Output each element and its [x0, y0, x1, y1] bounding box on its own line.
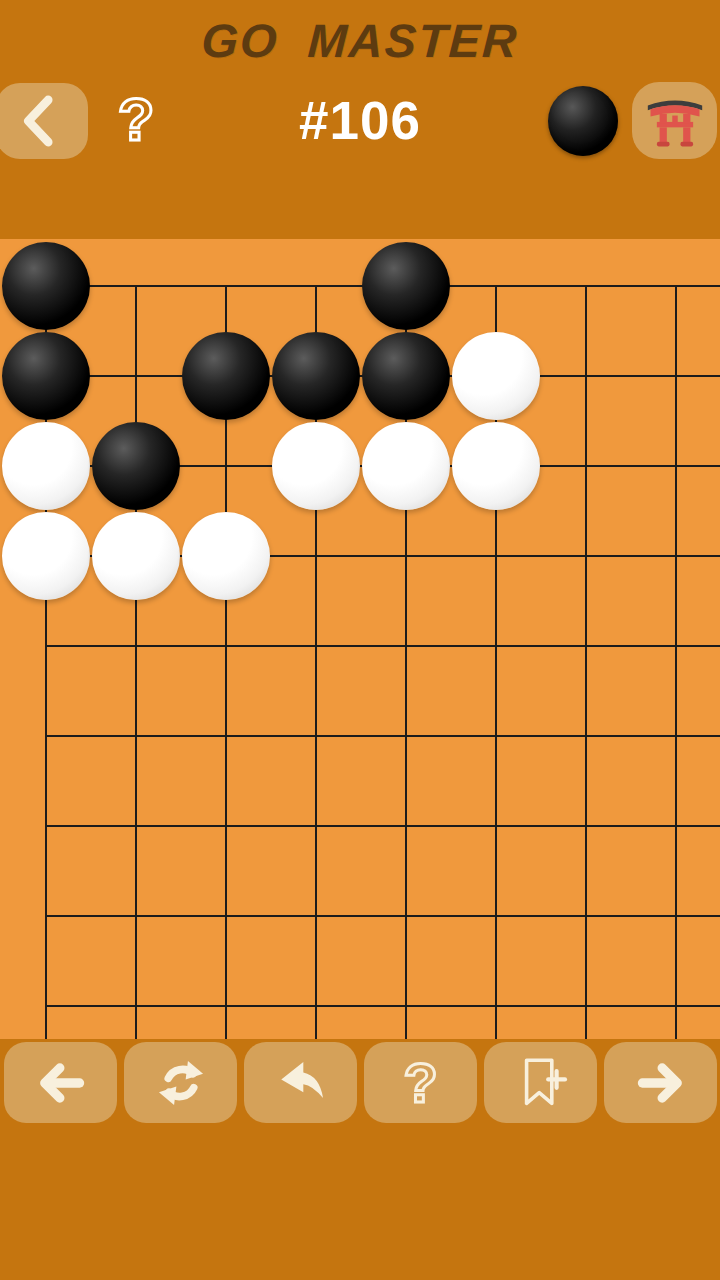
back-button[interactable] [0, 83, 88, 159]
collection-button[interactable] [632, 82, 717, 159]
stone-white [182, 512, 270, 600]
stones-layer [1, 241, 720, 1051]
question-icon: ? [118, 90, 155, 150]
question-icon: ? [403, 1055, 437, 1111]
stone-black [362, 332, 450, 420]
go-board[interactable] [0, 239, 720, 1039]
bookmark-plus-icon [510, 1053, 572, 1113]
torii-gate-icon [645, 92, 705, 150]
help-button[interactable]: ? [108, 84, 164, 156]
stone-white [362, 422, 450, 510]
header-bar: ? #106 [0, 82, 720, 159]
stone-white [2, 422, 90, 510]
stone-white [452, 422, 540, 510]
restart-button[interactable] [124, 1042, 237, 1123]
bookmark-add-button[interactable] [484, 1042, 597, 1123]
stone-black [2, 242, 90, 330]
stone-black [272, 332, 360, 420]
previous-puzzle-button[interactable] [4, 1042, 117, 1123]
black-to-play-indicator [548, 86, 618, 156]
undo-arrow-icon [270, 1054, 332, 1112]
stone-black [182, 332, 270, 420]
left-arrow-icon [30, 1054, 92, 1112]
undo-button[interactable] [244, 1042, 357, 1123]
stone-black [92, 422, 180, 510]
go-master-screen: GO MASTER ? #106 [0, 0, 720, 1280]
app-title: GO MASTER [0, 10, 720, 70]
stone-white [272, 422, 360, 510]
right-arrow-icon [630, 1054, 692, 1112]
stone-white [452, 332, 540, 420]
next-puzzle-button[interactable] [604, 1042, 717, 1123]
back-chevron-icon [11, 90, 73, 152]
stone-white [92, 512, 180, 600]
stone-black [362, 242, 450, 330]
hint-button[interactable]: ? [364, 1042, 477, 1123]
refresh-icon [150, 1054, 212, 1112]
bottom-toolbar: ? [0, 1042, 720, 1124]
stone-white [2, 512, 90, 600]
stone-black [2, 332, 90, 420]
puzzle-number: #106 [210, 82, 510, 158]
